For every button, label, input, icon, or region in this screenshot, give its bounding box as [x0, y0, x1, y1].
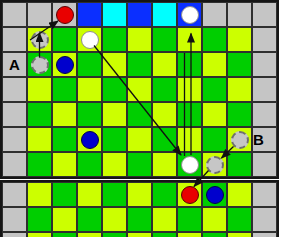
- board-cell[interactable]: [2, 27, 27, 52]
- board-cell[interactable]: [27, 27, 52, 52]
- gray-piece[interactable]: [31, 56, 49, 74]
- board-cell[interactable]: [77, 207, 102, 232]
- board-cell[interactable]: [102, 2, 127, 27]
- board-cell[interactable]: [2, 2, 27, 27]
- board-cell[interactable]: [2, 182, 27, 207]
- board-cell[interactable]: [52, 127, 77, 152]
- board-cell[interactable]: [252, 207, 277, 232]
- board-cell[interactable]: [202, 27, 227, 52]
- board-cell[interactable]: [27, 2, 52, 27]
- board-cell[interactable]: [102, 152, 127, 177]
- board-cell[interactable]: [52, 77, 77, 102]
- board-cell[interactable]: [127, 127, 152, 152]
- board-cell[interactable]: [227, 207, 252, 232]
- board-cell[interactable]: [52, 207, 77, 232]
- board-cell[interactable]: [152, 232, 177, 237]
- board-cell[interactable]: [152, 152, 177, 177]
- board-cell[interactable]: [52, 2, 77, 27]
- board-cell[interactable]: [152, 52, 177, 77]
- board-cell[interactable]: [252, 102, 277, 127]
- board-cell[interactable]: [127, 77, 152, 102]
- board-cell[interactable]: [52, 27, 77, 52]
- board-cell[interactable]: [27, 52, 52, 77]
- board-cell[interactable]: [127, 27, 152, 52]
- board-cell[interactable]: [102, 77, 127, 102]
- board-cell[interactable]: [27, 77, 52, 102]
- board-cell[interactable]: [152, 127, 177, 152]
- board-cell[interactable]: [252, 52, 277, 77]
- board-cell[interactable]: [77, 152, 102, 177]
- board-cell[interactable]: [177, 127, 202, 152]
- white-piece[interactable]: [81, 31, 99, 49]
- board-cell[interactable]: [77, 27, 102, 52]
- board-cell[interactable]: [227, 127, 252, 152]
- corridor-label-a: A: [2, 52, 27, 77]
- board-cell[interactable]: [27, 127, 52, 152]
- board-cell[interactable]: [152, 207, 177, 232]
- board-cell[interactable]: [102, 52, 127, 77]
- board-cell[interactable]: [252, 2, 277, 27]
- board-cell[interactable]: [2, 232, 27, 237]
- board-cell[interactable]: [102, 207, 127, 232]
- board-cell[interactable]: [102, 232, 127, 237]
- board-cell[interactable]: [227, 182, 252, 207]
- board-cell[interactable]: [127, 52, 152, 77]
- board-cell[interactable]: [252, 152, 277, 177]
- board-cell[interactable]: [252, 232, 277, 237]
- lower-strip-board: [0, 180, 279, 237]
- board-cell[interactable]: [77, 2, 102, 27]
- board-cell[interactable]: [177, 152, 202, 177]
- board-cell[interactable]: [227, 232, 252, 237]
- board-cell[interactable]: [77, 232, 102, 237]
- board-cell[interactable]: [27, 232, 52, 237]
- red-piece[interactable]: [181, 186, 199, 204]
- red-piece[interactable]: [56, 6, 74, 24]
- board-cell[interactable]: [77, 77, 102, 102]
- board-cell[interactable]: [177, 77, 202, 102]
- board-cell[interactable]: [152, 77, 177, 102]
- board-cell[interactable]: [2, 152, 27, 177]
- board-cell[interactable]: [227, 2, 252, 27]
- board-cell[interactable]: [127, 182, 152, 207]
- board-cell[interactable]: [177, 102, 202, 127]
- board-cell[interactable]: [2, 102, 27, 127]
- white-piece[interactable]: [181, 6, 199, 24]
- white-piece[interactable]: [181, 156, 199, 174]
- board-cell[interactable]: [2, 207, 27, 232]
- board-cell[interactable]: [227, 102, 252, 127]
- board-cell[interactable]: [252, 182, 277, 207]
- board-cell[interactable]: [152, 2, 177, 27]
- board-cell[interactable]: [52, 52, 77, 77]
- board-cell[interactable]: A: [2, 52, 27, 77]
- board-cell[interactable]: [102, 182, 127, 207]
- board-cell[interactable]: [202, 182, 227, 207]
- board-cell[interactable]: [252, 77, 277, 102]
- board-cell[interactable]: [52, 232, 77, 237]
- board-cell[interactable]: [52, 152, 77, 177]
- ghost-gray-piece[interactable]: [206, 156, 224, 174]
- board-cell[interactable]: [227, 52, 252, 77]
- board-cell[interactable]: B: [252, 127, 277, 152]
- board-cell[interactable]: [27, 207, 52, 232]
- board-cell[interactable]: [127, 102, 152, 127]
- board-cell[interactable]: [202, 102, 227, 127]
- board-cell[interactable]: [52, 102, 77, 127]
- board-cell[interactable]: [202, 127, 227, 152]
- board-cell[interactable]: [227, 152, 252, 177]
- board-cell[interactable]: [152, 102, 177, 127]
- corridor-label-b: B: [252, 127, 277, 152]
- board-cell[interactable]: [127, 2, 152, 27]
- board-cell[interactable]: [52, 182, 77, 207]
- board-cell[interactable]: [102, 102, 127, 127]
- board-cell[interactable]: [27, 102, 52, 127]
- board-cell[interactable]: [177, 2, 202, 27]
- board-cell[interactable]: [102, 127, 127, 152]
- board-cell[interactable]: [227, 77, 252, 102]
- board-cell[interactable]: [2, 77, 27, 102]
- board-cell[interactable]: [202, 232, 227, 237]
- board-cell[interactable]: [177, 207, 202, 232]
- blue-piece[interactable]: [56, 56, 74, 74]
- board-cell[interactable]: [77, 102, 102, 127]
- board-cell[interactable]: [177, 52, 202, 77]
- board-cell[interactable]: [177, 182, 202, 207]
- board-cell[interactable]: [127, 207, 152, 232]
- blue-piece[interactable]: [81, 131, 99, 149]
- ghost-gray-piece[interactable]: [31, 31, 49, 49]
- board-cell[interactable]: [27, 152, 52, 177]
- board-cell[interactable]: [127, 152, 152, 177]
- ghost-gray-piece[interactable]: [231, 131, 249, 149]
- board-cell[interactable]: [177, 27, 202, 52]
- board-cell[interactable]: [252, 27, 277, 52]
- board-cell[interactable]: [202, 152, 227, 177]
- blue-piece[interactable]: [206, 186, 224, 204]
- board-cell[interactable]: [152, 182, 177, 207]
- main-board: AB: [0, 0, 279, 179]
- board-cell[interactable]: [127, 232, 152, 237]
- board-diagram: AB: [0, 0, 281, 237]
- board-cell[interactable]: [2, 127, 27, 152]
- board-cell[interactable]: [202, 207, 227, 232]
- board-cell[interactable]: [202, 52, 227, 77]
- board-cell[interactable]: [177, 232, 202, 237]
- board-cell[interactable]: [77, 52, 102, 77]
- board-cell[interactable]: [27, 182, 52, 207]
- board-cell[interactable]: [202, 2, 227, 27]
- board-cell[interactable]: [202, 77, 227, 102]
- board-cell[interactable]: [102, 27, 127, 52]
- board-cell[interactable]: [227, 27, 252, 52]
- board-cell[interactable]: [77, 127, 102, 152]
- board-cell[interactable]: [77, 182, 102, 207]
- board-cell[interactable]: [152, 27, 177, 52]
